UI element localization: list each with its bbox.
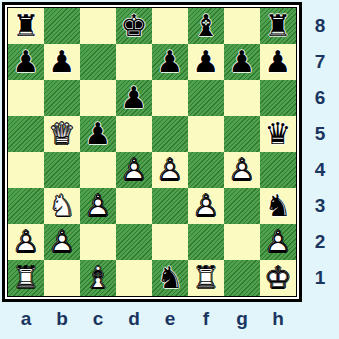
square-f5[interactable]: [188, 116, 224, 152]
white-king-h1[interactable]: ♚♔: [260, 260, 296, 296]
piece-glyph-outline: ♗: [80, 260, 116, 296]
square-f3[interactable]: ♟♙: [188, 188, 224, 224]
black-pawn-e7[interactable]: ♟: [152, 44, 188, 80]
square-h6[interactable]: [260, 80, 296, 116]
square-c1[interactable]: ♝♗: [80, 260, 116, 296]
square-f4[interactable]: [188, 152, 224, 188]
square-a4[interactable]: [8, 152, 44, 188]
square-b6[interactable]: [44, 80, 80, 116]
white-pawn-c3[interactable]: ♟♙: [80, 188, 116, 224]
square-h8[interactable]: ♜: [260, 8, 296, 44]
square-a5[interactable]: [8, 116, 44, 152]
file-label-a: a: [8, 302, 44, 336]
piece-glyph-outline: ♕: [44, 116, 80, 152]
square-e6[interactable]: [152, 80, 188, 116]
rank-label-1: 1: [304, 260, 336, 296]
white-pawn-h2[interactable]: ♟♙: [260, 224, 296, 260]
square-e4[interactable]: ♟♙: [152, 152, 188, 188]
board: ♜♚♝♜♟♟♟♟♟♟♟♛♕♟♛♟♙♟♙♟♙♞♘♟♙♟♙♞♟♙♟♙♟♙♜♖♝♗♞♜…: [7, 7, 297, 297]
square-g4[interactable]: ♟♙: [224, 152, 260, 188]
square-f6[interactable]: [188, 80, 224, 116]
square-c6[interactable]: [80, 80, 116, 116]
square-b2[interactable]: ♟♙: [44, 224, 80, 260]
black-pawn-b7[interactable]: ♟: [44, 44, 80, 80]
board-frame: ♜♚♝♜♟♟♟♟♟♟♟♛♕♟♛♟♙♟♙♟♙♞♘♟♙♟♙♞♟♙♟♙♟♙♜♖♝♗♞♜…: [2, 2, 302, 302]
square-a1[interactable]: ♜♖: [8, 260, 44, 296]
rank-label-6: 6: [304, 80, 336, 116]
black-pawn-d6[interactable]: ♟: [116, 80, 152, 116]
black-pawn-g7[interactable]: ♟: [224, 44, 260, 80]
white-pawn-f3[interactable]: ♟♙: [188, 188, 224, 224]
square-h4[interactable]: [260, 152, 296, 188]
black-pawn-c5[interactable]: ♟: [80, 116, 116, 152]
rank-label-4: 4: [304, 152, 336, 188]
square-h7[interactable]: ♟: [260, 44, 296, 80]
white-queen-b5[interactable]: ♛♕: [44, 116, 80, 152]
square-g2[interactable]: [224, 224, 260, 260]
square-e1[interactable]: ♞: [152, 260, 188, 296]
file-label-d: d: [116, 302, 152, 336]
square-f8[interactable]: ♝: [188, 8, 224, 44]
square-g5[interactable]: [224, 116, 260, 152]
piece-glyph-outline: ♘: [44, 188, 80, 224]
piece-glyph-outline: ♙: [80, 188, 116, 224]
square-g6[interactable]: [224, 80, 260, 116]
square-c8[interactable]: [80, 8, 116, 44]
square-c7[interactable]: [80, 44, 116, 80]
square-b5[interactable]: ♛♕: [44, 116, 80, 152]
square-a6[interactable]: [8, 80, 44, 116]
piece-glyph-outline: ♙: [8, 224, 44, 260]
rank-label-2: 2: [304, 224, 336, 260]
square-g1[interactable]: [224, 260, 260, 296]
square-e3[interactable]: [152, 188, 188, 224]
square-g8[interactable]: [224, 8, 260, 44]
rank-label-8: 8: [304, 8, 336, 44]
black-rook-h8[interactable]: ♜: [260, 8, 296, 44]
square-a7[interactable]: ♟: [8, 44, 44, 80]
square-g3[interactable]: [224, 188, 260, 224]
square-b7[interactable]: ♟: [44, 44, 80, 80]
rank-label-5: 5: [304, 116, 336, 152]
square-e2[interactable]: [152, 224, 188, 260]
piece-glyph-outline: ♖: [8, 260, 44, 296]
square-b3[interactable]: ♞♘: [44, 188, 80, 224]
black-rook-a8[interactable]: ♜: [8, 8, 44, 44]
square-b4[interactable]: [44, 152, 80, 188]
square-d2[interactable]: [116, 224, 152, 260]
square-e7[interactable]: ♟: [152, 44, 188, 80]
square-f1[interactable]: ♜♖: [188, 260, 224, 296]
file-label-e: e: [152, 302, 188, 336]
white-pawn-e4[interactable]: ♟♙: [152, 152, 188, 188]
square-a8[interactable]: ♜: [8, 8, 44, 44]
file-label-f: f: [188, 302, 224, 336]
square-d3[interactable]: [116, 188, 152, 224]
rank-labels: 87654321: [304, 8, 336, 296]
piece-glyph-outline: ♙: [260, 224, 296, 260]
black-knight-e1[interactable]: ♞: [152, 260, 188, 296]
piece-glyph-outline: ♙: [224, 152, 260, 188]
square-c2[interactable]: [80, 224, 116, 260]
black-knight-h3[interactable]: ♞: [260, 188, 296, 224]
piece-glyph-outline: ♙: [152, 152, 188, 188]
white-pawn-a2[interactable]: ♟♙: [8, 224, 44, 260]
file-label-h: h: [260, 302, 296, 336]
white-rook-a1[interactable]: ♜♖: [8, 260, 44, 296]
file-label-b: b: [44, 302, 80, 336]
white-bishop-c1[interactable]: ♝♗: [80, 260, 116, 296]
square-b8[interactable]: [44, 8, 80, 44]
square-c3[interactable]: ♟♙: [80, 188, 116, 224]
square-b1[interactable]: [44, 260, 80, 296]
square-d4[interactable]: ♟♙: [116, 152, 152, 188]
square-d6[interactable]: ♟: [116, 80, 152, 116]
black-king-d8[interactable]: ♚: [116, 8, 152, 44]
square-c4[interactable]: [80, 152, 116, 188]
white-knight-b3[interactable]: ♞♘: [44, 188, 80, 224]
rank-label-3: 3: [304, 188, 336, 224]
black-queen-h5[interactable]: ♛: [260, 116, 296, 152]
black-pawn-f7[interactable]: ♟: [188, 44, 224, 80]
square-a2[interactable]: ♟♙: [8, 224, 44, 260]
square-d7[interactable]: [116, 44, 152, 80]
square-h1[interactable]: ♚♔: [260, 260, 296, 296]
square-h5[interactable]: ♛: [260, 116, 296, 152]
square-g7[interactable]: ♟: [224, 44, 260, 80]
black-bishop-f8[interactable]: ♝: [188, 8, 224, 44]
square-c5[interactable]: ♟: [80, 116, 116, 152]
piece-glyph-outline: ♔: [260, 260, 296, 296]
piece-glyph-outline: ♙: [44, 224, 80, 260]
white-rook-f1[interactable]: ♜♖: [188, 260, 224, 296]
file-label-g: g: [224, 302, 260, 336]
rank-label-7: 7: [304, 44, 336, 80]
piece-glyph-outline: ♙: [116, 152, 152, 188]
white-pawn-b2[interactable]: ♟♙: [44, 224, 80, 260]
piece-glyph-outline: ♖: [188, 260, 224, 296]
file-label-c: c: [80, 302, 116, 336]
square-d8[interactable]: ♚: [116, 8, 152, 44]
square-e8[interactable]: [152, 8, 188, 44]
chess-diagram: ♜♚♝♜♟♟♟♟♟♟♟♛♕♟♛♟♙♟♙♟♙♞♘♟♙♟♙♞♟♙♟♙♟♙♜♖♝♗♞♜…: [0, 0, 339, 339]
white-pawn-d4[interactable]: ♟♙: [116, 152, 152, 188]
piece-glyph-outline: ♙: [188, 188, 224, 224]
square-a3[interactable]: [8, 188, 44, 224]
square-h2[interactable]: ♟♙: [260, 224, 296, 260]
square-f2[interactable]: [188, 224, 224, 260]
black-pawn-h7[interactable]: ♟: [260, 44, 296, 80]
square-h3[interactable]: ♞: [260, 188, 296, 224]
file-labels: abcdefgh: [8, 302, 296, 336]
square-e5[interactable]: [152, 116, 188, 152]
black-pawn-a7[interactable]: ♟: [8, 44, 44, 80]
square-d5[interactable]: [116, 116, 152, 152]
square-d1[interactable]: [116, 260, 152, 296]
white-pawn-g4[interactable]: ♟♙: [224, 152, 260, 188]
square-f7[interactable]: ♟: [188, 44, 224, 80]
